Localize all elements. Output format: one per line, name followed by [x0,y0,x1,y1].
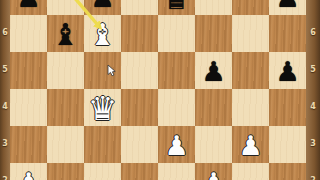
square-c4[interactable]: ♛ [84,89,121,126]
square-f2[interactable]: ♟ [195,163,232,180]
board-border-right: 765432 [306,0,320,180]
black-bishop-b6[interactable]: ♝ [52,20,79,50]
square-c5[interactable] [84,52,121,89]
white-bishop-c6[interactable]: ♝ [89,20,116,50]
square-d7[interactable] [121,0,158,15]
black-queen-e7[interactable]: ♛ [162,0,192,14]
square-d4[interactable] [121,89,158,126]
square-f5[interactable]: ♟ [195,52,232,89]
rank-label-left-5: 5 [0,65,10,75]
square-b5[interactable] [47,52,84,89]
white-pawn-f2[interactable]: ♟ [201,169,225,180]
square-g6[interactable] [232,15,269,52]
square-e7[interactable]: ♛ [158,0,195,15]
square-b7[interactable] [47,0,84,15]
square-e3[interactable]: ♟ [158,126,195,163]
chessboard-screenshot: ♟♟♛♟♝♝♟♟♛♟♟♟♟ 765432 765432 [0,0,320,180]
square-h5[interactable]: ♟ [269,52,306,89]
square-a2[interactable]: ♟ [10,163,47,180]
square-h6[interactable] [269,15,306,52]
board-border-left: 765432 [0,0,10,180]
square-d2[interactable] [121,163,158,180]
square-f7[interactable] [195,0,232,15]
black-pawn-h7[interactable]: ♟ [275,0,299,11]
square-b6[interactable]: ♝ [47,15,84,52]
square-g7[interactable] [232,0,269,15]
black-pawn-c7[interactable]: ♟ [90,0,114,11]
square-g3[interactable]: ♟ [232,126,269,163]
square-c6[interactable]: ♝ [84,15,121,52]
square-f3[interactable] [195,126,232,163]
black-pawn-f5[interactable]: ♟ [201,58,225,85]
rank-label-right-6: 6 [306,28,320,38]
rank-label-left-2: 2 [0,176,10,180]
white-queen-c4[interactable]: ♛ [88,92,118,125]
white-pawn-a2[interactable]: ♟ [16,169,40,180]
rank-label-left-7: 7 [0,0,10,1]
square-f6[interactable] [195,15,232,52]
square-d5[interactable] [121,52,158,89]
square-e5[interactable] [158,52,195,89]
square-e4[interactable] [158,89,195,126]
square-g2[interactable] [232,163,269,180]
square-f4[interactable] [195,89,232,126]
rank-label-left-6: 6 [0,28,10,38]
white-pawn-g3[interactable]: ♟ [238,132,262,159]
white-pawn-e3[interactable]: ♟ [164,132,188,159]
rank-label-left-3: 3 [0,139,10,149]
black-pawn-a7[interactable]: ♟ [16,0,40,11]
square-c2[interactable] [84,163,121,180]
square-e6[interactable] [158,15,195,52]
square-c7[interactable]: ♟ [84,0,121,15]
square-a6[interactable] [10,15,47,52]
square-g5[interactable] [232,52,269,89]
square-h7[interactable]: ♟ [269,0,306,15]
square-b2[interactable] [47,163,84,180]
square-b3[interactable] [47,126,84,163]
square-d3[interactable] [121,126,158,163]
square-b4[interactable] [47,89,84,126]
square-a3[interactable] [10,126,47,163]
square-c3[interactable] [84,126,121,163]
square-a4[interactable] [10,89,47,126]
square-h4[interactable] [269,89,306,126]
square-d6[interactable] [121,15,158,52]
black-pawn-h5[interactable]: ♟ [275,58,299,85]
square-e2[interactable] [158,163,195,180]
rank-label-left-4: 4 [0,102,10,112]
square-g4[interactable] [232,89,269,126]
square-h3[interactable] [269,126,306,163]
square-a5[interactable] [10,52,47,89]
square-a7[interactable]: ♟ [10,0,47,15]
rank-label-right-7: 7 [306,0,320,1]
rank-label-right-5: 5 [306,65,320,75]
rank-label-right-2: 2 [306,176,320,180]
board: ♟♟♛♟♝♝♟♟♛♟♟♟♟ [10,0,306,180]
rank-label-right-4: 4 [306,102,320,112]
rank-label-right-3: 3 [306,139,320,149]
square-h2[interactable] [269,163,306,180]
